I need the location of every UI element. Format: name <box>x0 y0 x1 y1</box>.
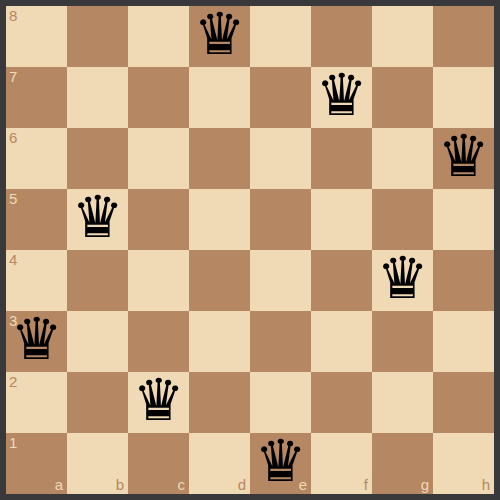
square-c6[interactable] <box>128 128 189 189</box>
square-a6[interactable]: 6 <box>6 128 67 189</box>
rank-label-8: 8 <box>9 8 17 23</box>
square-b2[interactable] <box>67 372 128 433</box>
square-b6[interactable] <box>67 128 128 189</box>
square-h4[interactable] <box>433 250 494 311</box>
black-queen-b5[interactable]: ♛ <box>72 187 124 248</box>
square-b5[interactable]: ♛ <box>67 189 128 250</box>
rank-label-1: 1 <box>9 435 17 450</box>
square-c5[interactable] <box>128 189 189 250</box>
square-a3[interactable]: 3♛ <box>6 311 67 372</box>
rank-label-4: 4 <box>9 252 17 267</box>
square-a4[interactable]: 4 <box>6 250 67 311</box>
rank-label-2: 2 <box>9 374 17 389</box>
rank-label-5: 5 <box>9 191 17 206</box>
square-b4[interactable] <box>67 250 128 311</box>
black-queen-a3[interactable]: ♛ <box>11 309 63 370</box>
chessboard-frame: 8♛7♛6♛5♛4♛3♛2♛1abcde♛fgh <box>0 0 500 500</box>
square-c4[interactable] <box>128 250 189 311</box>
square-g4[interactable]: ♛ <box>372 250 433 311</box>
square-c8[interactable] <box>128 6 189 67</box>
file-label-f: f <box>364 477 368 492</box>
file-label-h: h <box>482 477 490 492</box>
square-c2[interactable]: ♛ <box>128 372 189 433</box>
square-f4[interactable] <box>311 250 372 311</box>
square-f3[interactable] <box>311 311 372 372</box>
chessboard: 8♛7♛6♛5♛4♛3♛2♛1abcde♛fgh <box>6 6 494 494</box>
square-b7[interactable] <box>67 67 128 128</box>
square-d6[interactable] <box>189 128 250 189</box>
square-e2[interactable] <box>250 372 311 433</box>
square-g6[interactable] <box>372 128 433 189</box>
square-e1[interactable]: e♛ <box>250 433 311 494</box>
square-d2[interactable] <box>189 372 250 433</box>
square-d3[interactable] <box>189 311 250 372</box>
file-label-b: b <box>116 477 124 492</box>
square-f1[interactable]: f <box>311 433 372 494</box>
file-label-a: a <box>55 477 63 492</box>
square-c3[interactable] <box>128 311 189 372</box>
square-h8[interactable] <box>433 6 494 67</box>
square-e8[interactable] <box>250 6 311 67</box>
square-b1[interactable]: b <box>67 433 128 494</box>
black-queen-c2[interactable]: ♛ <box>133 370 185 431</box>
square-a7[interactable]: 7 <box>6 67 67 128</box>
black-queen-d8[interactable]: ♛ <box>194 4 246 65</box>
square-g8[interactable] <box>372 6 433 67</box>
square-c7[interactable] <box>128 67 189 128</box>
square-h6[interactable]: ♛ <box>433 128 494 189</box>
square-g5[interactable] <box>372 189 433 250</box>
rank-label-7: 7 <box>9 69 17 84</box>
square-h2[interactable] <box>433 372 494 433</box>
square-d1[interactable]: d <box>189 433 250 494</box>
square-g2[interactable] <box>372 372 433 433</box>
square-e4[interactable] <box>250 250 311 311</box>
square-d7[interactable] <box>189 67 250 128</box>
file-label-g: g <box>421 477 429 492</box>
square-f6[interactable] <box>311 128 372 189</box>
black-queen-h6[interactable]: ♛ <box>438 126 490 187</box>
square-e7[interactable] <box>250 67 311 128</box>
file-label-c: c <box>178 477 186 492</box>
square-g3[interactable] <box>372 311 433 372</box>
square-a5[interactable]: 5 <box>6 189 67 250</box>
square-g1[interactable]: g <box>372 433 433 494</box>
square-h7[interactable] <box>433 67 494 128</box>
square-h5[interactable] <box>433 189 494 250</box>
square-a2[interactable]: 2 <box>6 372 67 433</box>
square-d4[interactable] <box>189 250 250 311</box>
square-f5[interactable] <box>311 189 372 250</box>
square-a8[interactable]: 8 <box>6 6 67 67</box>
square-d8[interactable]: ♛ <box>189 6 250 67</box>
black-queen-e1[interactable]: ♛ <box>255 431 307 492</box>
square-e3[interactable] <box>250 311 311 372</box>
square-f7[interactable]: ♛ <box>311 67 372 128</box>
square-d5[interactable] <box>189 189 250 250</box>
file-label-d: d <box>238 477 246 492</box>
square-a1[interactable]: 1a <box>6 433 67 494</box>
square-f8[interactable] <box>311 6 372 67</box>
rank-label-6: 6 <box>9 130 17 145</box>
square-b3[interactable] <box>67 311 128 372</box>
square-h1[interactable]: h <box>433 433 494 494</box>
square-b8[interactable] <box>67 6 128 67</box>
square-e5[interactable] <box>250 189 311 250</box>
square-f2[interactable] <box>311 372 372 433</box>
black-queen-g4[interactable]: ♛ <box>377 248 429 309</box>
square-e6[interactable] <box>250 128 311 189</box>
square-g7[interactable] <box>372 67 433 128</box>
square-h3[interactable] <box>433 311 494 372</box>
square-c1[interactable]: c <box>128 433 189 494</box>
black-queen-f7[interactable]: ♛ <box>316 65 368 126</box>
